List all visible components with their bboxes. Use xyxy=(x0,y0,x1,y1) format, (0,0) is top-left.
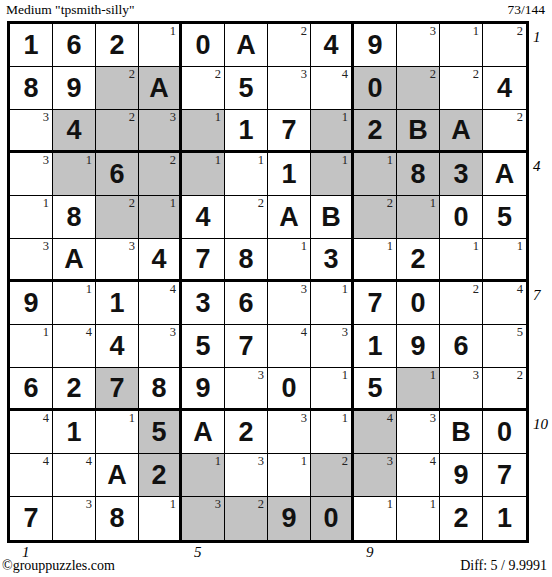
cell-r8c4[interactable]: 3 xyxy=(139,325,182,368)
cell-value: 9 xyxy=(367,32,382,59)
pencil-mark: 2 xyxy=(517,24,523,39)
cell-r11c1[interactable]: 4 xyxy=(10,454,53,497)
cell-r4c10[interactable]: 8 xyxy=(397,153,440,196)
cell-value: 1 xyxy=(238,117,253,144)
cell-r1c7[interactable]: 2 xyxy=(268,24,311,67)
cell-value: 9 xyxy=(195,375,210,402)
cell-r1c5[interactable]: 0 xyxy=(182,24,225,67)
pencil-mark: 2 xyxy=(473,282,479,297)
cell-r7c6[interactable]: 6 xyxy=(225,282,268,325)
cell-r6c8[interactable]: 3 xyxy=(311,239,354,282)
cell-r6c12[interactable]: 1 xyxy=(483,239,526,282)
cell-r9c9[interactable]: 5 xyxy=(354,368,397,411)
pencil-mark: 2 xyxy=(258,196,264,211)
cell-r8c12[interactable]: 5 xyxy=(483,325,526,368)
difficulty-text: Diff: 5 / 9.9991 xyxy=(460,558,547,574)
cell-value: 8 xyxy=(23,75,38,102)
pencil-mark: 1 xyxy=(473,239,479,254)
cell-r9c6[interactable]: 3 xyxy=(225,368,268,411)
cell-r2c6[interactable]: 5 xyxy=(225,67,268,110)
pencil-mark: 3 xyxy=(258,454,264,469)
pencil-mark: 1 xyxy=(86,153,92,168)
cell-r7c2[interactable]: 1 xyxy=(53,282,96,325)
pencil-mark: 2 xyxy=(342,454,348,469)
cell-value: 1 xyxy=(109,290,124,317)
cell-r5c10[interactable]: 1 xyxy=(397,196,440,239)
pencil-mark: 1 xyxy=(170,24,176,39)
cell-r11c3[interactable]: A xyxy=(96,454,139,497)
cell-r9c12[interactable]: 2 xyxy=(483,368,526,411)
pencil-mark: 1 xyxy=(215,110,221,125)
cell-r9c5[interactable]: 9 xyxy=(182,368,225,411)
cell-r2c11[interactable]: 2 xyxy=(440,67,483,110)
cell-r5c1[interactable]: 1 xyxy=(10,196,53,239)
pencil-mark: 1 xyxy=(129,411,135,426)
cell-value: 0 xyxy=(323,505,338,532)
pencil-mark: 4 xyxy=(43,411,49,426)
pencil-mark: 3 xyxy=(43,153,49,168)
cell-r12c9[interactable]: 1 xyxy=(354,497,397,540)
cell-r2c3[interactable]: 2 xyxy=(96,67,139,110)
cell-r4c6[interactable]: 1 xyxy=(225,153,268,196)
cell-r4c11[interactable]: 3 xyxy=(440,153,483,196)
cell-value: A xyxy=(149,75,169,102)
cell-r1c3[interactable]: 2 xyxy=(96,24,139,67)
pencil-mark: 1 xyxy=(387,153,393,168)
pencil-mark: 5 xyxy=(517,325,523,340)
pencil-mark: 3 xyxy=(129,239,135,254)
pencil-mark: 3 xyxy=(258,368,264,383)
cell-r9c2[interactable]: 2 xyxy=(53,368,96,411)
cell-value: 8 xyxy=(66,204,81,231)
cell-value: 2 xyxy=(238,419,253,446)
cell-r3c9[interactable]: 2 xyxy=(354,110,397,153)
cell-r8c10[interactable]: 9 xyxy=(397,325,440,368)
cell-value: A xyxy=(64,246,84,273)
pencil-mark: 3 xyxy=(387,454,393,469)
cell-value: 7 xyxy=(497,462,512,489)
cell-r4c12[interactable]: A xyxy=(483,153,526,196)
cell-r5c12[interactable]: 5 xyxy=(483,196,526,239)
cell-value: A xyxy=(193,419,213,446)
pencil-mark: 3 xyxy=(215,497,221,512)
cell-r7c3[interactable]: 1 xyxy=(96,282,139,325)
cell-value: 4 xyxy=(497,75,512,102)
pencil-mark: 3 xyxy=(43,239,49,254)
cell-r8c5[interactable]: 5 xyxy=(182,325,225,368)
cell-r3c10[interactable]: B xyxy=(397,110,440,153)
cell-r5c11[interactable]: 0 xyxy=(440,196,483,239)
pencil-mark: 1 xyxy=(43,325,49,340)
pencil-mark: 1 xyxy=(342,411,348,426)
cell-r10c11[interactable]: B xyxy=(440,411,483,454)
cell-r2c4[interactable]: A xyxy=(139,67,182,110)
cell-r6c5[interactable]: 7 xyxy=(182,239,225,282)
cell-r8c6[interactable]: 7 xyxy=(225,325,268,368)
pencil-mark: 3 xyxy=(170,110,176,125)
cell-value: 4 xyxy=(109,333,124,360)
cell-r1c10[interactable]: 3 xyxy=(397,24,440,67)
cell-r12c11[interactable]: 2 xyxy=(440,497,483,540)
cell-value: 6 xyxy=(453,333,468,360)
cell-value: 0 xyxy=(195,32,210,59)
cell-r7c5[interactable]: 3 xyxy=(182,282,225,325)
cell-r12c10[interactable]: 1 xyxy=(397,497,440,540)
cell-r8c8[interactable]: 3 xyxy=(311,325,354,368)
cell-value: 3 xyxy=(323,246,338,273)
cell-r6c9[interactable]: 1 xyxy=(354,239,397,282)
cell-value: 5 xyxy=(195,333,210,360)
cell-r11c4[interactable]: 2 xyxy=(139,454,182,497)
pencil-mark: 1 xyxy=(342,110,348,125)
pencil-mark: 4 xyxy=(86,325,92,340)
cell-r1c1[interactable]: 1 xyxy=(10,24,53,67)
cell-r12c1[interactable]: 7 xyxy=(10,497,53,540)
cell-value: 2 xyxy=(151,462,166,489)
row-label-7: 7 xyxy=(533,287,541,304)
pencil-mark: 1 xyxy=(301,454,307,469)
cell-r12c7[interactable]: 9 xyxy=(268,497,311,540)
cell-value: 2 xyxy=(453,505,468,532)
cell-r2c5[interactable]: 2 xyxy=(182,67,225,110)
cell-r8c11[interactable]: 6 xyxy=(440,325,483,368)
cell-value: 5 xyxy=(497,204,512,231)
pencil-mark: 1 xyxy=(170,497,176,512)
puzzle-page: Medium "tpsmith-silly" 73/144 16210A2493… xyxy=(0,0,552,577)
cell-r8c3[interactable]: 4 xyxy=(96,325,139,368)
cell-r3c8[interactable]: 1 xyxy=(311,110,354,153)
cell-value: 6 xyxy=(66,32,81,59)
cell-r8c7[interactable]: 4 xyxy=(268,325,311,368)
cell-r10c12[interactable]: 0 xyxy=(483,411,526,454)
cell-r1c12[interactable]: 2 xyxy=(483,24,526,67)
pencil-mark: 2 xyxy=(129,196,135,211)
cell-r2c12[interactable]: 4 xyxy=(483,67,526,110)
cell-r10c3[interactable]: 1 xyxy=(96,411,139,454)
cell-value: 7 xyxy=(23,505,38,532)
pencil-mark: 4 xyxy=(387,411,393,426)
pencil-mark: 2 xyxy=(473,67,479,82)
cell-value: 8 xyxy=(151,375,166,402)
cell-r9c3[interactable]: 7 xyxy=(96,368,139,411)
cell-r1c11[interactable]: 1 xyxy=(440,24,483,67)
cell-r1c4[interactable]: 1 xyxy=(139,24,182,67)
cell-r2c9[interactable]: 0 xyxy=(354,67,397,110)
pencil-mark: 2 xyxy=(301,24,307,39)
cell-value: 6 xyxy=(238,290,253,317)
cell-value: A xyxy=(451,117,471,144)
col-label-5: 5 xyxy=(194,544,202,561)
cell-value: 8 xyxy=(410,161,425,188)
cell-r4c5[interactable]: 1 xyxy=(182,153,225,196)
cell-r5c2[interactable]: 8 xyxy=(53,196,96,239)
pencil-mark: 4 xyxy=(43,454,49,469)
cell-r5c4[interactable]: 1 xyxy=(139,196,182,239)
cell-value: 4 xyxy=(66,117,81,144)
cell-r5c8[interactable]: B xyxy=(311,196,354,239)
cell-r7c4[interactable]: 4 xyxy=(139,282,182,325)
cell-value: 1 xyxy=(497,505,512,532)
pencil-mark: 1 xyxy=(430,497,436,512)
cell-value: 0 xyxy=(410,290,425,317)
pencil-mark: 4 xyxy=(170,282,176,297)
cell-r10c2[interactable]: 1 xyxy=(53,411,96,454)
cell-value: 2 xyxy=(367,117,382,144)
pencil-mark: 4 xyxy=(86,454,92,469)
cell-value: 5 xyxy=(151,419,166,446)
pencil-mark: 2 xyxy=(430,67,436,82)
pencil-mark: 1 xyxy=(215,454,221,469)
pencil-mark: 1 xyxy=(517,239,523,254)
cell-value: 4 xyxy=(151,246,166,273)
cell-r4c1[interactable]: 3 xyxy=(10,153,53,196)
cell-r2c10[interactable]: 2 xyxy=(397,67,440,110)
pencil-mark: 4 xyxy=(342,67,348,82)
cell-value: 2 xyxy=(410,246,425,273)
pencil-mark: 4 xyxy=(430,454,436,469)
cell-r3c6[interactable]: 1 xyxy=(225,110,268,153)
pencil-mark: 3 xyxy=(342,325,348,340)
pencil-mark: 2 xyxy=(129,67,135,82)
pencil-mark: 1 xyxy=(43,196,49,211)
cell-r1c9[interactable]: 9 xyxy=(354,24,397,67)
cell-r11c7[interactable]: 1 xyxy=(268,454,311,497)
pencil-mark: 1 xyxy=(430,368,436,383)
pencil-mark: 1 xyxy=(387,497,393,512)
cell-value: 9 xyxy=(281,505,296,532)
cell-r7c9[interactable]: 7 xyxy=(354,282,397,325)
cell-value: 8 xyxy=(238,246,253,273)
cell-value: 4 xyxy=(323,32,338,59)
row-label-4: 4 xyxy=(533,158,541,175)
cell-r3c2[interactable]: 4 xyxy=(53,110,96,153)
col-label-9: 9 xyxy=(366,544,374,561)
cell-r3c12[interactable]: 2 xyxy=(483,110,526,153)
cell-r4c3[interactable]: 6 xyxy=(96,153,139,196)
cell-value: 6 xyxy=(23,375,38,402)
cell-r5c6[interactable]: 2 xyxy=(225,196,268,239)
cell-value: 2 xyxy=(109,32,124,59)
pencil-mark: 4 xyxy=(301,325,307,340)
cell-r6c3[interactable]: 3 xyxy=(96,239,139,282)
cell-r8c2[interactable]: 4 xyxy=(53,325,96,368)
cell-r11c11[interactable]: 9 xyxy=(440,454,483,497)
cell-r2c1[interactable]: 8 xyxy=(10,67,53,110)
cell-r7c11[interactable]: 2 xyxy=(440,282,483,325)
cell-r6c2[interactable]: A xyxy=(53,239,96,282)
cell-r6c7[interactable]: 1 xyxy=(268,239,311,282)
cell-r11c5[interactable]: 1 xyxy=(182,454,225,497)
pencil-mark: 1 xyxy=(430,196,436,211)
pencil-mark: 1 xyxy=(215,153,221,168)
pencil-mark: 3 xyxy=(301,67,307,82)
cell-value: 5 xyxy=(367,375,382,402)
cell-r10c6[interactable]: 2 xyxy=(225,411,268,454)
cell-value: B xyxy=(451,419,471,446)
cell-r7c10[interactable]: 0 xyxy=(397,282,440,325)
cell-r2c7[interactable]: 3 xyxy=(268,67,311,110)
cell-r11c9[interactable]: 3 xyxy=(354,454,397,497)
cell-r4c2[interactable]: 1 xyxy=(53,153,96,196)
pencil-mark: 2 xyxy=(517,368,523,383)
pencil-mark: 1 xyxy=(342,282,348,297)
cell-r12c5[interactable]: 3 xyxy=(182,497,225,540)
cell-value: 5 xyxy=(238,75,253,102)
cell-r12c4[interactable]: 1 xyxy=(139,497,182,540)
row-label-10: 10 xyxy=(533,416,548,433)
pencil-mark: 3 xyxy=(43,110,49,125)
cell-value: 7 xyxy=(195,246,210,273)
pencil-mark: 3 xyxy=(430,24,436,39)
cell-value: 9 xyxy=(23,290,38,317)
cell-value: 6 xyxy=(109,161,124,188)
cell-value: A xyxy=(279,204,299,231)
pencil-mark: 2 xyxy=(129,110,135,125)
cell-value: 1 xyxy=(23,32,38,59)
pencil-mark: 3 xyxy=(473,368,479,383)
cell-r7c7[interactable]: 3 xyxy=(268,282,311,325)
cell-r1c6[interactable]: A xyxy=(225,24,268,67)
cell-r11c10[interactable]: 4 xyxy=(397,454,440,497)
cell-value: A xyxy=(236,32,256,59)
cell-value: 0 xyxy=(281,375,296,402)
cell-r9c7[interactable]: 0 xyxy=(268,368,311,411)
cell-r5c5[interactable]: 4 xyxy=(182,196,225,239)
row-coordinate-labels: 14710 xyxy=(533,24,551,540)
pencil-mark: 3 xyxy=(170,325,176,340)
pencil-mark: 2 xyxy=(387,196,393,211)
cell-value: 9 xyxy=(410,333,425,360)
cell-r3c11[interactable]: A xyxy=(440,110,483,153)
cell-r11c12[interactable]: 7 xyxy=(483,454,526,497)
cell-r10c1[interactable]: 4 xyxy=(10,411,53,454)
row-label-1: 1 xyxy=(533,29,541,46)
cell-r11c8[interactable]: 2 xyxy=(311,454,354,497)
cell-r6c10[interactable]: 2 xyxy=(397,239,440,282)
cell-value: 7 xyxy=(238,333,253,360)
cell-r2c2[interactable]: 9 xyxy=(53,67,96,110)
cell-r9c8[interactable]: 1 xyxy=(311,368,354,411)
cell-r5c7[interactable]: A xyxy=(268,196,311,239)
cell-r6c11[interactable]: 1 xyxy=(440,239,483,282)
cell-r2c8[interactable]: 4 xyxy=(311,67,354,110)
cell-r12c2[interactable]: 3 xyxy=(53,497,96,540)
cell-r3c3[interactable]: 2 xyxy=(96,110,139,153)
cell-r3c5[interactable]: 1 xyxy=(182,110,225,153)
cell-value: 0 xyxy=(497,419,512,446)
progress-counter: 73/144 xyxy=(507,2,545,18)
cell-r9c10[interactable]: 1 xyxy=(397,368,440,411)
cell-r10c8[interactable]: 1 xyxy=(311,411,354,454)
cell-value: 1 xyxy=(66,419,81,446)
cell-r3c1[interactable]: 3 xyxy=(10,110,53,153)
cell-r7c12[interactable]: 4 xyxy=(483,282,526,325)
page-title: Medium "tpsmith-silly" xyxy=(6,2,134,18)
pencil-mark: 2 xyxy=(215,67,221,82)
cell-value: 9 xyxy=(453,462,468,489)
cell-r1c2[interactable]: 6 xyxy=(53,24,96,67)
pencil-mark: 3 xyxy=(301,411,307,426)
cell-r11c2[interactable]: 4 xyxy=(53,454,96,497)
cell-r6c1[interactable]: 3 xyxy=(10,239,53,282)
pencil-mark: 1 xyxy=(258,153,264,168)
cell-r8c1[interactable]: 1 xyxy=(10,325,53,368)
pencil-mark: 1 xyxy=(342,153,348,168)
cell-value: 0 xyxy=(367,75,382,102)
pencil-mark: 3 xyxy=(301,282,307,297)
cell-r10c10[interactable]: 3 xyxy=(397,411,440,454)
pencil-mark: 1 xyxy=(387,239,393,254)
cell-r10c4[interactable]: 5 xyxy=(139,411,182,454)
cell-r3c7[interactable]: 7 xyxy=(268,110,311,153)
cell-r10c9[interactable]: 4 xyxy=(354,411,397,454)
cell-value: 7 xyxy=(281,117,296,144)
copyright-text: ©grouppuzzles.com xyxy=(2,558,115,574)
pencil-mark: 1 xyxy=(170,196,176,211)
cell-r5c3[interactable]: 2 xyxy=(96,196,139,239)
pencil-mark: 1 xyxy=(342,368,348,383)
cell-r9c1[interactable]: 6 xyxy=(10,368,53,411)
pencil-mark: 1 xyxy=(473,24,479,39)
cell-value: 0 xyxy=(453,204,468,231)
cell-value: 9 xyxy=(66,75,81,102)
pencil-mark: 1 xyxy=(301,239,307,254)
pencil-mark: 1 xyxy=(86,282,92,297)
cell-value: 8 xyxy=(109,505,124,532)
cell-r9c4[interactable]: 8 xyxy=(139,368,182,411)
cell-r10c5[interactable]: A xyxy=(182,411,225,454)
cell-r4c7[interactable]: 1 xyxy=(268,153,311,196)
cell-r7c8[interactable]: 1 xyxy=(311,282,354,325)
cell-r7c1[interactable]: 9 xyxy=(10,282,53,325)
cell-r12c12[interactable]: 1 xyxy=(483,497,526,540)
cell-value: B xyxy=(408,117,428,144)
cell-r6c6[interactable]: 8 xyxy=(225,239,268,282)
cell-value: A xyxy=(107,462,127,489)
cell-value: 7 xyxy=(109,375,124,402)
cell-r3c4[interactable]: 3 xyxy=(139,110,182,153)
cell-r1c8[interactable]: 4 xyxy=(311,24,354,67)
cell-value: 7 xyxy=(367,290,382,317)
cell-r12c6[interactable]: 2 xyxy=(225,497,268,540)
pencil-mark: 2 xyxy=(258,497,264,512)
pencil-mark: 3 xyxy=(430,411,436,426)
cell-r5c9[interactable]: 2 xyxy=(354,196,397,239)
cell-value: 1 xyxy=(367,333,382,360)
cell-r12c8[interactable]: 0 xyxy=(311,497,354,540)
cell-r11c6[interactable]: 3 xyxy=(225,454,268,497)
cell-r4c8[interactable]: 1 xyxy=(311,153,354,196)
cell-r10c7[interactable]: 3 xyxy=(268,411,311,454)
cell-value: A xyxy=(495,161,515,188)
cell-r4c9[interactable]: 1 xyxy=(354,153,397,196)
pencil-mark: 4 xyxy=(517,282,523,297)
cell-r4c4[interactable]: 2 xyxy=(139,153,182,196)
sudoku-board: 16210A249312892A25340224342311712BA23162… xyxy=(7,21,529,543)
cell-r9c11[interactable]: 3 xyxy=(440,368,483,411)
cell-r8c9[interactable]: 1 xyxy=(354,325,397,368)
cell-r6c4[interactable]: 4 xyxy=(139,239,182,282)
cell-value: 1 xyxy=(281,161,296,188)
cell-r12c3[interactable]: 8 xyxy=(96,497,139,540)
pencil-mark: 3 xyxy=(86,497,92,512)
cell-value: 4 xyxy=(195,204,210,231)
cell-value: 3 xyxy=(453,161,468,188)
pencil-mark: 2 xyxy=(170,153,176,168)
pencil-mark: 2 xyxy=(517,110,523,125)
cell-value: B xyxy=(321,204,341,231)
cell-value: 3 xyxy=(195,290,210,317)
